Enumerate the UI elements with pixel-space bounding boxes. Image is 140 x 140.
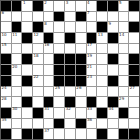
cell-r10c4[interactable] [33,97,43,107]
block-cell-r6c11 [108,54,118,64]
cell-r5c9[interactable]: 17 [87,44,97,54]
cell-r7c3[interactable] [22,65,32,75]
block-cell-r8c1 [1,76,11,86]
cell-r11c6[interactable] [54,108,64,118]
cell-r5c5[interactable]: 16 [44,44,54,54]
clue-number-31: 31 [44,107,49,112]
clue-number-27: 27 [130,86,135,91]
cell-r1c5[interactable]: 2 [44,1,54,11]
cell-r12c12[interactable] [119,119,129,129]
cell-r8c2[interactable] [12,76,22,86]
cell-r3c1[interactable] [1,22,11,32]
cell-r10c8[interactable] [76,97,86,107]
cell-r4c8[interactable] [76,33,86,43]
cell-r11c13[interactable] [129,108,139,118]
block-cell-r11c1 [1,108,11,118]
clue-number-13: 13 [98,33,103,38]
cell-r3c9[interactable] [87,22,97,32]
block-cell-r3c4 [33,22,43,32]
clue-number-21: 21 [87,65,92,70]
cell-r9c8[interactable]: 26 [76,87,86,97]
clue-number-7: 7 [87,11,90,16]
block-cell-r10c3 [22,97,32,107]
cell-r3c12[interactable] [119,22,129,32]
block-cell-r11c4 [33,108,43,118]
cell-r2c10[interactable] [97,12,107,22]
block-cell-r4c5 [44,33,54,43]
cell-r7c12[interactable] [119,65,129,75]
block-cell-r1c2 [12,1,22,11]
cell-r7c10[interactable] [97,65,107,75]
clue-number-6: 6 [2,11,5,16]
cell-r10c6[interactable] [54,97,64,107]
clue-number-12: 12 [34,33,39,38]
cell-r10c10[interactable] [97,97,107,107]
cell-r12c9[interactable]: 36 [87,119,97,129]
clue-number-18: 18 [34,54,39,59]
clue-number-23: 23 [87,75,92,80]
cell-r5c2[interactable] [12,44,22,54]
cell-r9c2[interactable] [12,87,22,97]
clue-number-14: 14 [119,33,124,38]
clue-number-26: 26 [76,86,81,91]
block-cell-r13c12 [119,129,129,139]
cell-r2c5[interactable] [44,12,54,22]
cell-r5c11[interactable] [108,44,118,54]
cell-r6c12[interactable] [119,54,129,64]
cell-r12c3[interactable] [22,119,32,129]
cell-r7c4[interactable] [33,65,43,75]
block-cell-r10c7 [65,97,75,107]
block-cell-r7c6 [54,65,64,75]
cell-r2c1[interactable]: 6 [1,12,11,22]
clue-number-2: 2 [44,1,47,6]
cell-r9c4[interactable] [33,87,43,97]
cell-r9c5[interactable] [44,87,54,97]
block-cell-r4c7 [65,33,75,43]
clue-number-32: 32 [66,107,71,112]
cell-r6c4[interactable]: 18 [33,54,43,64]
clue-number-37: 37 [44,129,49,134]
clue-number-5: 5 [119,1,122,6]
cell-r4c6[interactable] [54,33,64,43]
block-cell-r7c7 [65,65,75,75]
block-cell-r4c9 [87,33,97,43]
cell-r6c2[interactable] [12,54,22,64]
cell-r13c5[interactable]: 37 [44,129,54,139]
cell-r13c6[interactable] [54,129,64,139]
cell-r12c10[interactable] [97,119,107,129]
cell-r12c13[interactable] [129,119,139,129]
cell-r9c9[interactable] [87,87,97,97]
crossword-grid: 1234567891011121314151617181920212223242… [0,0,140,140]
cell-r8c12[interactable] [119,76,129,86]
cell-r4c10[interactable]: 13 [97,33,107,43]
cell-r5c13[interactable] [129,44,139,54]
cell-r4c1[interactable]: 10 [1,33,11,43]
cell-r11c8[interactable] [76,108,86,118]
clue-number-28: 28 [2,97,7,102]
cell-r4c13[interactable] [129,33,139,43]
block-cell-r10c5 [44,97,54,107]
block-cell-r3c2 [12,22,22,32]
cell-r4c4[interactable]: 12 [33,33,43,43]
block-cell-r8c3 [22,76,32,86]
cell-r12c5[interactable] [44,119,54,129]
clue-number-20: 20 [12,65,17,70]
cell-r10c12[interactable]: 29 [119,97,129,107]
block-cell-r8c13 [129,76,139,86]
cell-r5c7[interactable] [65,44,75,54]
block-cell-r11c12 [119,108,129,118]
cell-r5c10[interactable] [97,44,107,54]
cell-r12c4[interactable] [33,119,43,129]
cell-r2c9[interactable]: 7 [87,12,97,22]
cell-r7c9[interactable]: 21 [87,65,97,75]
cell-r13c2[interactable] [12,129,22,139]
block-cell-r6c3 [22,54,32,64]
block-cell-r6c6 [54,54,64,64]
cell-r9c13[interactable]: 27 [129,87,139,97]
cell-r8c4[interactable]: 22 [33,76,43,86]
cell-r7c11[interactable] [108,65,118,75]
clue-number-4: 4 [87,1,90,6]
block-cell-r8c7 [65,76,75,86]
cell-r2c13[interactable] [129,12,139,22]
clue-number-22: 22 [34,75,39,80]
block-cell-r12c6 [54,119,64,129]
cell-r11c9[interactable]: 33 [87,108,97,118]
clue-number-33: 33 [87,107,92,112]
clue-number-9: 9 [108,22,111,27]
cell-r7c5[interactable] [44,65,54,75]
clue-number-8: 8 [44,22,47,27]
cell-r8c9[interactable]: 23 [87,76,97,86]
cell-r13c7[interactable] [65,129,75,139]
clue-number-36: 36 [87,118,92,123]
cell-r10c2[interactable] [12,97,22,107]
block-cell-r3c13 [129,22,139,32]
clue-number-3: 3 [66,1,69,6]
cell-r4c2[interactable]: 11 [12,33,22,43]
cell-r11c3[interactable] [22,108,32,118]
block-cell-r7c8 [76,65,86,75]
block-cell-r1c13 [129,1,139,11]
block-cell-r4c11 [108,33,118,43]
cell-r1c3[interactable]: 1 [22,1,32,11]
cell-r7c2[interactable]: 20 [12,65,22,75]
clue-number-34: 34 [108,107,113,112]
cell-r13c11[interactable] [108,129,118,139]
cell-r3c6[interactable] [54,22,64,32]
cell-r9c11[interactable] [108,87,118,97]
cell-r2c11[interactable] [108,12,118,22]
cell-r6c10[interactable] [97,54,107,64]
block-cell-r7c1 [1,65,11,75]
cell-r5c3[interactable] [22,44,32,54]
cell-r9c3[interactable] [22,87,32,97]
cell-r11c5[interactable]: 31 [44,108,54,118]
block-cell-r13c4 [33,129,43,139]
cell-r12c1[interactable]: 35 [1,119,11,129]
block-cell-r12c8 [76,119,86,129]
block-cell-r13c1 [1,129,11,139]
cell-r13c8[interactable] [76,129,86,139]
block-cell-r10c11 [108,97,118,107]
block-cell-r8c8 [76,76,86,86]
cell-r5c6[interactable] [54,44,64,54]
cell-r2c7[interactable] [65,12,75,22]
clue-number-17: 17 [87,43,92,48]
block-cell-r13c13 [129,129,139,139]
clue-number-35: 35 [2,118,7,123]
cell-r2c12[interactable] [119,12,129,22]
cell-r3c11[interactable]: 9 [108,22,118,32]
block-cell-r6c13 [129,54,139,64]
cell-r9c10[interactable] [97,87,107,97]
cell-r11c2[interactable]: 30 [12,108,22,118]
clue-number-29: 29 [119,97,124,102]
block-cell-r13c10 [97,129,107,139]
block-cell-r6c7 [65,54,75,64]
cell-r9c7[interactable] [65,87,75,97]
block-cell-r6c1 [1,54,11,64]
cell-r12c2[interactable] [12,119,22,129]
cell-r3c3[interactable] [22,22,32,32]
block-cell-r4c3 [22,33,32,43]
cell-r2c2[interactable] [12,12,22,22]
clue-number-30: 30 [12,107,17,112]
cell-r1c7[interactable]: 3 [65,1,75,11]
cell-r10c13[interactable] [129,97,139,107]
cell-r8c10[interactable] [97,76,107,86]
cell-r6c9[interactable]: 19 [87,54,97,64]
clue-number-11: 11 [12,33,17,38]
cell-r2c3[interactable] [22,12,32,22]
block-cell-r11c10 [97,108,107,118]
block-cell-r10c9 [87,97,97,107]
cell-r9c6[interactable]: 25 [54,87,64,97]
block-cell-r13c3 [22,129,32,139]
cell-r5c4[interactable] [33,44,43,54]
block-cell-r2c8 [76,12,86,22]
clue-number-1: 1 [23,1,26,6]
cell-r3c5[interactable]: 8 [44,22,54,32]
block-cell-r1c4 [33,1,43,11]
cell-r3c8[interactable] [76,22,86,32]
cell-r1c8[interactable] [76,1,86,11]
clue-number-15: 15 [2,43,7,48]
block-cell-r1c11 [108,1,118,11]
cell-r12c7[interactable] [65,119,75,129]
block-cell-r8c11 [108,76,118,86]
cell-r9c1[interactable]: 24 [1,87,11,97]
cell-r1c12[interactable]: 5 [119,1,129,11]
cell-r8c5[interactable] [44,76,54,86]
block-cell-r1c10 [97,1,107,11]
cell-r11c7[interactable]: 32 [65,108,75,118]
block-cell-r2c6 [54,12,64,22]
block-cell-r1c1 [1,1,11,11]
block-cell-r3c10 [97,22,107,32]
cell-r5c1[interactable]: 15 [1,44,11,54]
block-cell-r6c8 [76,54,86,64]
block-cell-r8c6 [54,76,64,86]
cell-r5c8[interactable] [76,44,86,54]
cell-r11c11[interactable]: 34 [108,108,118,118]
clue-number-24: 24 [2,86,7,91]
cell-r4c12[interactable]: 14 [119,33,129,43]
cell-r2c4[interactable] [33,12,43,22]
cell-r10c1[interactable]: 28 [1,97,11,107]
cell-r1c6[interactable] [54,1,64,11]
clue-number-10: 10 [2,33,7,38]
block-cell-r7c13 [129,65,139,75]
clue-number-16: 16 [44,43,49,48]
cell-r9c12[interactable] [119,87,129,97]
cell-r1c9[interactable]: 4 [87,1,97,11]
cell-r12c11[interactable] [108,119,118,129]
cell-r5c12[interactable] [119,44,129,54]
clue-number-25: 25 [55,86,60,91]
cell-r6c5[interactable] [44,54,54,64]
clue-number-19: 19 [87,54,92,59]
cell-r3c7[interactable] [65,22,75,32]
cell-r13c9[interactable] [87,129,97,139]
